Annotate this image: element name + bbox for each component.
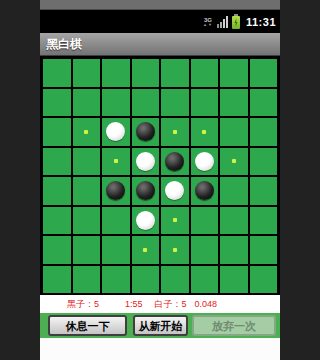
cell-d6[interactable] bbox=[132, 207, 160, 235]
cell-g4[interactable] bbox=[220, 148, 248, 176]
app-title-bar: 黑白棋 bbox=[40, 33, 280, 56]
cell-e1[interactable] bbox=[161, 59, 189, 87]
cell-d1[interactable] bbox=[132, 59, 160, 87]
cell-b3[interactable] bbox=[73, 118, 101, 146]
button-bar: 休息一下 从新开始 放弃一次 bbox=[40, 313, 280, 338]
black-count: 黑子：5 bbox=[67, 298, 99, 311]
cell-g1[interactable] bbox=[220, 59, 248, 87]
cell-f6[interactable] bbox=[191, 207, 219, 235]
cell-f3[interactable] bbox=[191, 118, 219, 146]
cell-f5[interactable] bbox=[191, 177, 219, 205]
black-stone bbox=[106, 181, 125, 200]
cell-c2[interactable] bbox=[102, 89, 130, 117]
cell-e7[interactable] bbox=[161, 236, 189, 264]
pass-button[interactable]: 放弃一次 bbox=[192, 315, 276, 336]
legal-move-hint bbox=[114, 159, 118, 163]
cell-d7[interactable] bbox=[132, 236, 160, 264]
cell-c5[interactable] bbox=[102, 177, 130, 205]
cell-c1[interactable] bbox=[102, 59, 130, 87]
cell-e2[interactable] bbox=[161, 89, 189, 117]
black-stone bbox=[136, 122, 155, 141]
cell-h6[interactable] bbox=[250, 207, 278, 235]
bottom-area bbox=[40, 338, 280, 360]
battery-icon bbox=[232, 16, 240, 29]
legal-move-hint bbox=[202, 130, 206, 134]
signal-strength-icon bbox=[217, 16, 228, 28]
cell-a6[interactable] bbox=[43, 207, 71, 235]
cell-b5[interactable] bbox=[73, 177, 101, 205]
legal-move-hint bbox=[143, 248, 147, 252]
white-stone bbox=[195, 152, 214, 171]
cell-b8[interactable] bbox=[73, 266, 101, 294]
cell-b2[interactable] bbox=[73, 89, 101, 117]
black-stone bbox=[165, 152, 184, 171]
cell-f7[interactable] bbox=[191, 236, 219, 264]
cell-a1[interactable] bbox=[43, 59, 71, 87]
cell-c3[interactable] bbox=[102, 118, 130, 146]
legal-move-hint bbox=[173, 218, 177, 222]
white-stone bbox=[165, 181, 184, 200]
cell-e6[interactable] bbox=[161, 207, 189, 235]
cell-g2[interactable] bbox=[220, 89, 248, 117]
cell-d2[interactable] bbox=[132, 89, 160, 117]
window-top-strip bbox=[40, 0, 280, 10]
othello-app-screen: 3G ▲▼ 11:31 黑白棋 黑子：5 1:55 白子：5 0.048 休息一… bbox=[40, 0, 280, 360]
white-stone bbox=[136, 152, 155, 171]
cell-h5[interactable] bbox=[250, 177, 278, 205]
cell-g8[interactable] bbox=[220, 266, 248, 294]
status-bar-clock: 11:31 bbox=[246, 16, 276, 28]
cell-c8[interactable] bbox=[102, 266, 130, 294]
app-title: 黑白棋 bbox=[46, 36, 82, 53]
mobile-data-arrows: ▲▼ bbox=[203, 23, 213, 27]
cell-f1[interactable] bbox=[191, 59, 219, 87]
legal-move-hint bbox=[84, 130, 88, 134]
cell-d8[interactable] bbox=[132, 266, 160, 294]
cell-h1[interactable] bbox=[250, 59, 278, 87]
game-timer: 1:55 bbox=[125, 299, 143, 309]
cell-d3[interactable] bbox=[132, 118, 160, 146]
cell-a8[interactable] bbox=[43, 266, 71, 294]
cell-c7[interactable] bbox=[102, 236, 130, 264]
cell-a5[interactable] bbox=[43, 177, 71, 205]
cell-f8[interactable] bbox=[191, 266, 219, 294]
cell-h8[interactable] bbox=[250, 266, 278, 294]
cell-a7[interactable] bbox=[43, 236, 71, 264]
cell-e5[interactable] bbox=[161, 177, 189, 205]
cell-a3[interactable] bbox=[43, 118, 71, 146]
cell-h3[interactable] bbox=[250, 118, 278, 146]
cell-g6[interactable] bbox=[220, 207, 248, 235]
cell-g5[interactable] bbox=[220, 177, 248, 205]
scoreboard: 黑子：5 1:55 白子：5 0.048 bbox=[40, 295, 280, 313]
cell-c4[interactable] bbox=[102, 148, 130, 176]
black-stone bbox=[136, 181, 155, 200]
rest-button[interactable]: 休息一下 bbox=[48, 315, 127, 336]
cell-h2[interactable] bbox=[250, 89, 278, 117]
cell-a2[interactable] bbox=[43, 89, 71, 117]
white-stone bbox=[136, 211, 155, 230]
eval-value: 0.048 bbox=[195, 299, 218, 309]
cell-e3[interactable] bbox=[161, 118, 189, 146]
legal-move-hint bbox=[232, 159, 236, 163]
cell-e8[interactable] bbox=[161, 266, 189, 294]
cell-a4[interactable] bbox=[43, 148, 71, 176]
cell-b7[interactable] bbox=[73, 236, 101, 264]
battery-charging-bolt bbox=[233, 18, 238, 27]
white-stone bbox=[106, 122, 125, 141]
white-count: 白子：5 bbox=[155, 298, 187, 311]
board bbox=[40, 56, 280, 295]
legal-move-hint bbox=[173, 248, 177, 252]
cell-h7[interactable] bbox=[250, 236, 278, 264]
cell-e4[interactable] bbox=[161, 148, 189, 176]
cell-f2[interactable] bbox=[191, 89, 219, 117]
cell-f4[interactable] bbox=[191, 148, 219, 176]
cell-d5[interactable] bbox=[132, 177, 160, 205]
android-status-bar: 3G ▲▼ 11:31 bbox=[40, 10, 280, 33]
battery-nub bbox=[234, 14, 238, 16]
legal-move-hint bbox=[173, 130, 177, 134]
black-stone bbox=[195, 181, 214, 200]
cell-c6[interactable] bbox=[102, 207, 130, 235]
cell-g7[interactable] bbox=[220, 236, 248, 264]
cell-d4[interactable] bbox=[132, 148, 160, 176]
restart-button[interactable]: 从新开始 bbox=[133, 315, 188, 336]
cell-b1[interactable] bbox=[73, 59, 101, 87]
cell-b4[interactable] bbox=[73, 148, 101, 176]
cell-h4[interactable] bbox=[250, 148, 278, 176]
mobile-data-icon: 3G ▲▼ bbox=[203, 17, 213, 27]
cell-b6[interactable] bbox=[73, 207, 101, 235]
cell-g3[interactable] bbox=[220, 118, 248, 146]
